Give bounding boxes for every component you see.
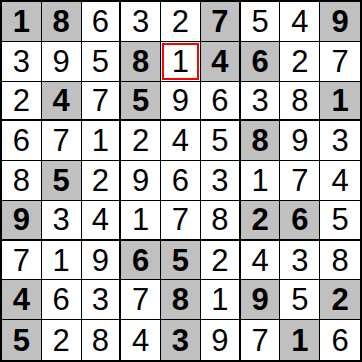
cell-r3c6[interactable]: 6 bbox=[201, 82, 241, 122]
cell-r7c4[interactable]: 6 bbox=[121, 241, 161, 281]
cell-r1c8[interactable]: 4 bbox=[280, 2, 320, 42]
cell-r4c7[interactable]: 8 bbox=[241, 121, 281, 161]
cell-r2c9[interactable]: 7 bbox=[320, 42, 360, 82]
cell-r5c5[interactable]: 6 bbox=[161, 161, 201, 201]
cell-r4c6[interactable]: 5 bbox=[201, 121, 241, 161]
cell-r3c3[interactable]: 7 bbox=[82, 82, 122, 122]
cell-r5c4[interactable]: 9 bbox=[121, 161, 161, 201]
cell-r7c1[interactable]: 7 bbox=[2, 241, 42, 281]
cell-r5c9[interactable]: 4 bbox=[320, 161, 360, 201]
cell-r6c5[interactable]: 7 bbox=[161, 201, 201, 241]
cell-r3c2[interactable]: 4 bbox=[42, 82, 82, 122]
cell-r1c7[interactable]: 5 bbox=[241, 2, 281, 42]
cell-r3c8[interactable]: 8 bbox=[280, 82, 320, 122]
cell-r9c2[interactable]: 2 bbox=[42, 320, 82, 360]
cell-r8c9[interactable]: 2 bbox=[320, 280, 360, 320]
cell-r8c1[interactable]: 4 bbox=[2, 280, 42, 320]
cell-r8c7[interactable]: 9 bbox=[241, 280, 281, 320]
cell-r3c9[interactable]: 1 bbox=[320, 82, 360, 122]
cell-r2c3[interactable]: 5 bbox=[82, 42, 122, 82]
cell-r8c2[interactable]: 6 bbox=[42, 280, 82, 320]
cell-r1c3[interactable]: 6 bbox=[82, 2, 122, 42]
cell-r7c2[interactable]: 1 bbox=[42, 241, 82, 281]
cell-r2c6[interactable]: 4 bbox=[201, 42, 241, 82]
cell-r6c8[interactable]: 6 bbox=[280, 201, 320, 241]
cell-r2c8[interactable]: 2 bbox=[280, 42, 320, 82]
cell-r5c8[interactable]: 7 bbox=[280, 161, 320, 201]
cell-r3c5[interactable]: 9 bbox=[161, 82, 201, 122]
cell-r4c8[interactable]: 9 bbox=[280, 121, 320, 161]
cell-r2c2[interactable]: 9 bbox=[42, 42, 82, 82]
cell-r1c6[interactable]: 7 bbox=[201, 2, 241, 42]
sudoku-board: 1863275493958146272475963816712458938529… bbox=[0, 0, 362, 362]
cell-r9c9[interactable]: 6 bbox=[320, 320, 360, 360]
cell-r5c1[interactable]: 8 bbox=[2, 161, 42, 201]
cell-r7c7[interactable]: 4 bbox=[241, 241, 281, 281]
cell-r7c8[interactable]: 3 bbox=[280, 241, 320, 281]
cell-r5c2[interactable]: 5 bbox=[42, 161, 82, 201]
cell-r2c1[interactable]: 3 bbox=[2, 42, 42, 82]
cell-r9c6[interactable]: 9 bbox=[201, 320, 241, 360]
cell-r9c3[interactable]: 8 bbox=[82, 320, 122, 360]
cell-r1c1[interactable]: 1 bbox=[2, 2, 42, 42]
cell-r8c5[interactable]: 8 bbox=[161, 280, 201, 320]
cell-r4c4[interactable]: 2 bbox=[121, 121, 161, 161]
cell-r7c3[interactable]: 9 bbox=[82, 241, 122, 281]
cell-r6c9[interactable]: 5 bbox=[320, 201, 360, 241]
cell-r5c6[interactable]: 3 bbox=[201, 161, 241, 201]
cell-r4c3[interactable]: 1 bbox=[82, 121, 122, 161]
cell-r6c4[interactable]: 1 bbox=[121, 201, 161, 241]
cell-r6c6[interactable]: 8 bbox=[201, 201, 241, 241]
cell-r1c5[interactable]: 2 bbox=[161, 2, 201, 42]
cell-r4c9[interactable]: 3 bbox=[320, 121, 360, 161]
cell-r8c6[interactable]: 1 bbox=[201, 280, 241, 320]
cell-r9c1[interactable]: 5 bbox=[2, 320, 42, 360]
cell-r7c6[interactable]: 2 bbox=[201, 241, 241, 281]
cell-r3c7[interactable]: 3 bbox=[241, 82, 281, 122]
cell-r7c5[interactable]: 5 bbox=[161, 241, 201, 281]
cell-r4c1[interactable]: 6 bbox=[2, 121, 42, 161]
cell-r6c7[interactable]: 2 bbox=[241, 201, 281, 241]
cell-r1c9[interactable]: 9 bbox=[320, 2, 360, 42]
cell-r2c4[interactable]: 8 bbox=[121, 42, 161, 82]
cell-r3c1[interactable]: 2 bbox=[2, 82, 42, 122]
cell-r5c7[interactable]: 1 bbox=[241, 161, 281, 201]
cell-r9c7[interactable]: 7 bbox=[241, 320, 281, 360]
cell-r6c1[interactable]: 9 bbox=[2, 201, 42, 241]
cell-r6c3[interactable]: 4 bbox=[82, 201, 122, 241]
cell-r9c4[interactable]: 4 bbox=[121, 320, 161, 360]
cell-r6c2[interactable]: 3 bbox=[42, 201, 82, 241]
cell-r4c2[interactable]: 7 bbox=[42, 121, 82, 161]
cell-r9c8[interactable]: 1 bbox=[280, 320, 320, 360]
cell-r8c3[interactable]: 3 bbox=[82, 280, 122, 320]
cell-r2c5[interactable]: 1 bbox=[161, 42, 201, 82]
cell-r2c7[interactable]: 6 bbox=[241, 42, 281, 82]
cell-r1c4[interactable]: 3 bbox=[121, 2, 161, 42]
cell-r1c2[interactable]: 8 bbox=[42, 2, 82, 42]
cell-r8c4[interactable]: 7 bbox=[121, 280, 161, 320]
cell-r8c8[interactable]: 5 bbox=[280, 280, 320, 320]
cell-r3c4[interactable]: 5 bbox=[121, 82, 161, 122]
cell-r4c5[interactable]: 4 bbox=[161, 121, 201, 161]
cell-r9c5[interactable]: 3 bbox=[161, 320, 201, 360]
cell-r7c9[interactable]: 8 bbox=[320, 241, 360, 281]
cell-r5c3[interactable]: 2 bbox=[82, 161, 122, 201]
